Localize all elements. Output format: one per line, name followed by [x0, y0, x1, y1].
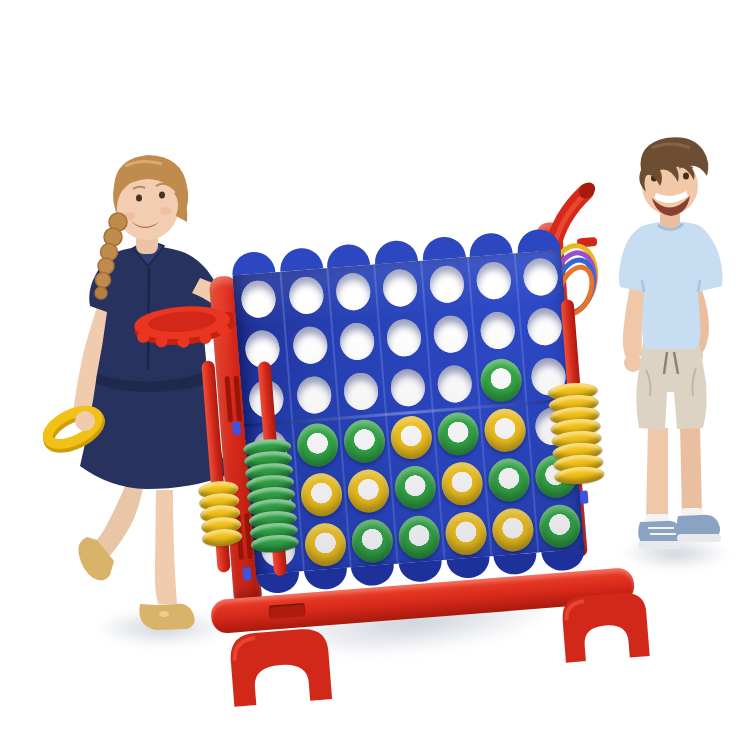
post-clip	[580, 490, 589, 504]
cell-r1c5	[420, 257, 471, 311]
yellow-disc	[303, 521, 347, 567]
empty-hole	[475, 260, 512, 300]
cell-r4c3	[338, 414, 389, 468]
empty-hole	[526, 307, 563, 347]
cell-r5c4	[389, 460, 440, 514]
yellow-disc	[346, 468, 390, 514]
yellow-disc	[491, 506, 535, 552]
cell-r5c5	[436, 457, 487, 511]
ring-stack-left-inner	[243, 438, 300, 554]
yellow-disc	[483, 407, 527, 453]
cell-r4c4	[385, 410, 436, 464]
cell-r3c3	[334, 364, 385, 418]
cell-r4c6	[479, 403, 530, 457]
scallop-bump	[494, 553, 538, 576]
empty-hole	[287, 275, 324, 315]
cell-r6c3	[346, 514, 397, 568]
cell-r3c6	[475, 353, 526, 407]
boy-left-leg	[646, 426, 668, 522]
ring-stack-left-outer	[198, 480, 243, 548]
scallop-bump	[304, 568, 348, 591]
yellow-disc	[389, 414, 433, 460]
empty-hole	[338, 321, 375, 361]
empty-hole	[428, 264, 465, 304]
cell-r3c5	[428, 357, 479, 411]
empty-hole	[479, 310, 516, 350]
cell-r2c6	[471, 303, 522, 357]
base-foot-left	[224, 619, 336, 709]
connect-four-unit	[183, 196, 642, 683]
girl-blush-right	[160, 207, 172, 215]
girl-right-eye	[159, 191, 165, 198]
product-photo-giant-connect-four: { "game": "Giant Connect Four (jumbo 4-t…	[0, 0, 750, 750]
green-disc	[436, 410, 480, 456]
cell-r1c7	[514, 250, 565, 304]
cell-r2c3	[330, 314, 381, 368]
cell-r5c3	[342, 464, 393, 518]
cell-r5c2	[295, 468, 346, 522]
scallop-bump	[399, 560, 443, 583]
green-disc	[487, 457, 531, 503]
empty-hole	[291, 325, 328, 365]
empty-hole	[240, 279, 277, 319]
green-disc	[295, 421, 339, 467]
green-disc	[538, 503, 582, 549]
ring-stack-right	[547, 381, 605, 486]
empty-hole	[436, 364, 473, 404]
boy-right-sole	[677, 534, 721, 542]
empty-hole	[522, 257, 559, 297]
cell-r2c2	[283, 318, 334, 372]
green-disc	[342, 418, 386, 464]
scallop-bump	[541, 549, 585, 572]
empty-hole	[432, 314, 469, 354]
girl-standing-leg	[155, 490, 177, 604]
cell-r2c4	[377, 311, 428, 365]
gear-wheel	[130, 296, 238, 354]
girl-left-hand	[75, 411, 95, 431]
post-clip	[243, 567, 252, 581]
scallop-bump	[446, 556, 490, 579]
green-disc	[397, 514, 441, 560]
empty-hole	[385, 318, 422, 358]
empty-hole	[389, 367, 426, 407]
cell-r3c4	[381, 361, 432, 415]
cell-r6c4	[393, 510, 444, 564]
empty-hole	[342, 371, 379, 411]
yellow-disc	[299, 471, 343, 517]
yellow-disc	[444, 510, 488, 556]
cell-r2c5	[424, 307, 475, 361]
cell-r1c6	[467, 253, 518, 307]
base-foot-right	[556, 584, 654, 665]
cell-r1c3	[326, 265, 377, 319]
boy-left-arm	[623, 286, 645, 358]
green-disc	[350, 517, 394, 563]
boy-shorts	[636, 342, 706, 430]
cell-r1c1	[233, 272, 284, 326]
boy-right-leg	[680, 424, 702, 516]
empty-hole	[295, 375, 332, 415]
cell-r3c2	[287, 368, 338, 422]
scallop-bump	[351, 564, 395, 587]
yellow-disc	[440, 460, 484, 506]
empty-hole	[334, 271, 371, 311]
green-disc	[393, 464, 437, 510]
cell-r4c5	[432, 407, 483, 461]
girl-left-eye	[136, 194, 142, 201]
cell-r1c2	[279, 268, 330, 322]
cell-r6c6	[486, 503, 537, 557]
cell-r6c7	[533, 499, 584, 553]
girl-standing-shoe	[139, 604, 194, 630]
cell-r6c5	[440, 506, 491, 560]
boy-left-sole	[638, 541, 682, 549]
cell-r1c4	[373, 261, 424, 315]
green-disc	[479, 357, 523, 403]
empty-hole	[381, 268, 418, 308]
cell-r5c6	[483, 453, 534, 507]
cell-r4c2	[291, 418, 342, 472]
post-clip	[232, 421, 241, 435]
boy-right-eye	[683, 173, 689, 180]
shoe-bow	[159, 611, 169, 617]
cell-r6c2	[299, 517, 350, 571]
